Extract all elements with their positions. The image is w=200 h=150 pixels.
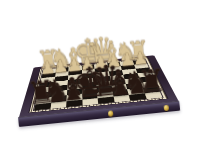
- brass-clasp-right-icon: [163, 105, 169, 111]
- square-a8[interactable]: ♜: [144, 92, 162, 99]
- product-photo: ♜♞♝♚♛♝♞♜♟♟♟♟♟♟♟♟♟♟♟♟♟♟♟♟♜♞♝♚♛♝♞♜: [0, 0, 200, 150]
- chess-board: ♜♞♝♚♛♝♞♜♟♟♟♟♟♟♟♟♟♟♟♟♟♟♟♟♜♞♝♚♛♝♞♜: [34, 59, 162, 110]
- brass-clasp-left-icon: [108, 110, 114, 116]
- black-rook[interactable]: ♜: [135, 64, 169, 98]
